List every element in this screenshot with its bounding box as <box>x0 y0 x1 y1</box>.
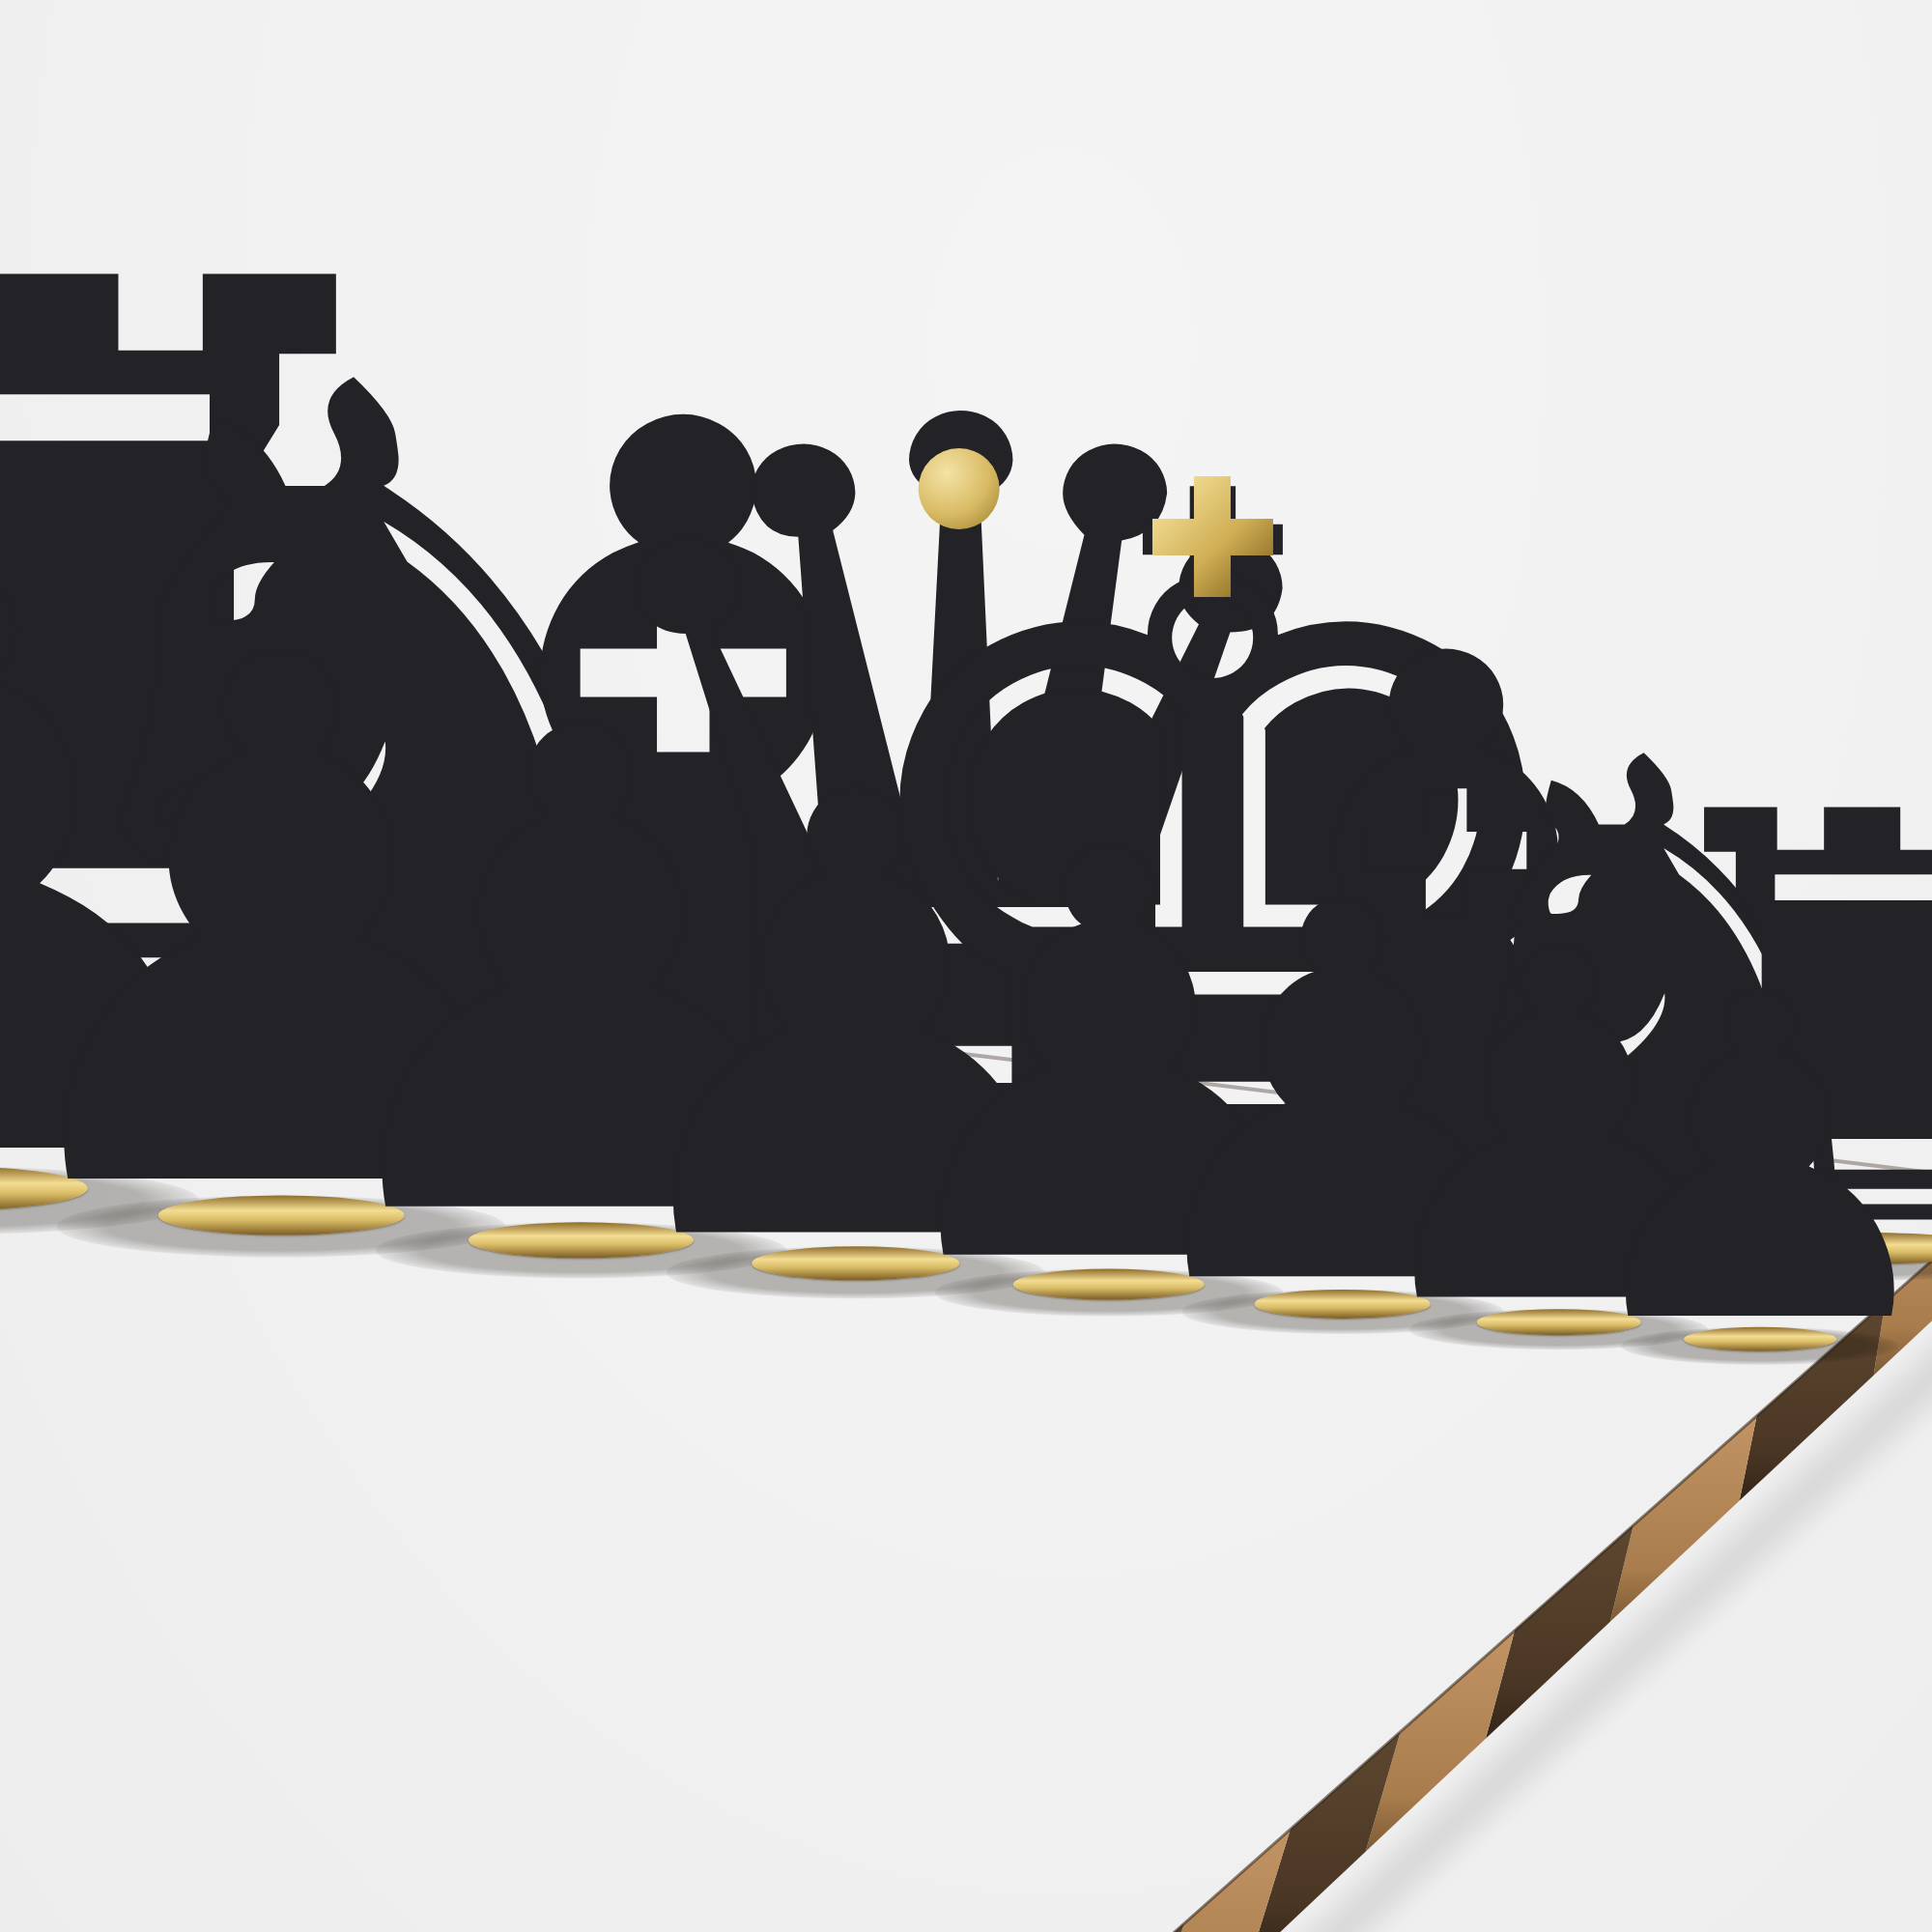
square <box>1562 1283 1885 1415</box>
black-rook: ♜ <box>0 156 505 1168</box>
square <box>150 970 597 1163</box>
square <box>751 1044 1150 1217</box>
square <box>0 1288 337 1451</box>
square <box>888 1923 1184 1932</box>
side-face-strip <box>1486 1525 1634 1739</box>
board-side-face <box>0 0 1932 1932</box>
square <box>1438 1402 1756 1525</box>
square <box>532 1602 886 1722</box>
square <box>773 1609 1111 1725</box>
square <box>103 1450 501 1593</box>
black-queen: ♛ <box>530 300 1388 1258</box>
square <box>1353 1263 1691 1401</box>
square <box>0 1434 217 1583</box>
square <box>1206 1624 1515 1732</box>
black-pawn: ♟ <box>1343 890 1775 1372</box>
black-pawn: ♟ <box>582 717 1128 1325</box>
square <box>0 1262 26 1434</box>
black-pawn: ♟ <box>857 781 1360 1342</box>
square <box>66 1831 425 1932</box>
square <box>0 927 280 1133</box>
square <box>1691 1159 1932 1301</box>
side-face-strip <box>1030 1923 1184 1932</box>
square <box>425 1719 773 1831</box>
square <box>384 1465 762 1602</box>
square <box>781 1830 1095 1930</box>
square <box>1095 1729 1401 1830</box>
square <box>645 1479 1005 1609</box>
square <box>623 1191 1015 1350</box>
square <box>1111 1504 1438 1624</box>
square <box>997 1617 1320 1729</box>
square <box>989 1830 1291 1927</box>
black-pawn: ♟ <box>0 475 309 1269</box>
square <box>217 1310 623 1464</box>
side-face-strip <box>1138 1830 1291 1932</box>
square <box>0 1831 167 1932</box>
square <box>1230 1386 1562 1516</box>
black-pawn: ♟ <box>1559 937 1932 1385</box>
square <box>501 1331 886 1479</box>
black-pawn: ♟ <box>284 645 878 1308</box>
square <box>167 1715 532 1832</box>
square <box>559 1830 887 1932</box>
square <box>0 1583 384 1715</box>
side-face-strip <box>1740 1302 1886 1501</box>
square <box>0 1710 273 1831</box>
king-gold-cross-finial <box>1152 476 1273 597</box>
black-king: ♚ <box>812 383 1613 1276</box>
square <box>1015 1077 1394 1241</box>
square <box>664 1722 996 1831</box>
square <box>887 1492 1230 1616</box>
square <box>1320 1515 1634 1631</box>
square <box>1483 1134 1826 1283</box>
square <box>273 1593 645 1719</box>
black-pawn: ♟ <box>0 566 606 1290</box>
square <box>26 1133 464 1311</box>
black-pawn: ♟ <box>1110 838 1576 1357</box>
square <box>763 1351 1129 1492</box>
square <box>0 1573 103 1710</box>
queen-gold-ball-finial <box>919 448 1000 529</box>
square <box>337 1163 751 1331</box>
black-rook: ♜ <box>1610 742 1932 1306</box>
chess-board <box>0 927 1932 1932</box>
square <box>680 1926 989 1932</box>
side-face-strip <box>1250 1732 1401 1932</box>
square <box>887 1725 1205 1830</box>
square <box>886 1217 1258 1369</box>
square <box>464 1009 885 1191</box>
black-knight: ♞ <box>0 271 794 1191</box>
square <box>1128 1240 1483 1385</box>
pieces-layer: ♜♞♝♛♚♝♞♜♟♟♟♟♟♟♟♟ <box>0 0 1932 1932</box>
black-bishop: ♝ <box>1127 567 1766 1279</box>
black-bishop: ♝ <box>274 310 1093 1223</box>
square <box>0 1099 150 1288</box>
chessboard-photo: ♜♞♝♛♚♝♞♜♟♟♟♟♟♟♟♟ <box>0 0 1932 1932</box>
black-knight: ♞ <box>1390 682 1932 1290</box>
square <box>322 1831 665 1932</box>
square <box>1258 1107 1618 1264</box>
side-face-strip <box>1366 1631 1515 1852</box>
side-face-strip <box>1874 1183 1932 1376</box>
square <box>1005 1369 1353 1503</box>
side-face-strip <box>1610 1416 1757 1622</box>
